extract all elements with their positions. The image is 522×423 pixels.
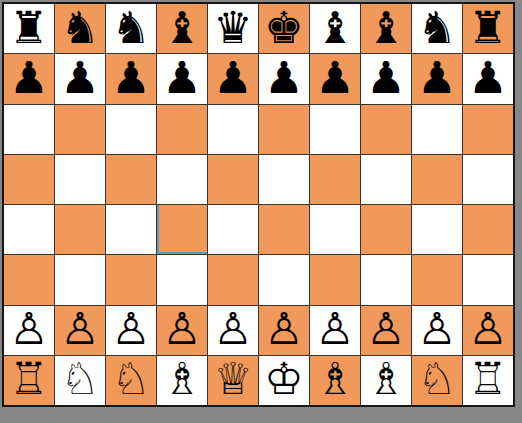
white-pawn[interactable]: ♙ (366, 307, 405, 351)
square-h6[interactable] (361, 105, 411, 154)
black-king[interactable]: ♚ (264, 6, 303, 50)
square-c3[interactable] (106, 255, 156, 304)
black-pawn[interactable]: ♟ (417, 56, 456, 100)
black-pawn[interactable]: ♟ (111, 56, 150, 100)
white-bishop[interactable]: ♗ (162, 357, 201, 401)
black-pawn[interactable]: ♟ (366, 56, 405, 100)
square-j1[interactable]: ♖ (463, 356, 513, 405)
square-j3[interactable] (463, 255, 513, 304)
square-e6[interactable] (208, 105, 258, 154)
square-d2[interactable]: ♙ (157, 306, 207, 355)
square-a8[interactable]: ♜ (4, 4, 54, 53)
square-f4[interactable] (259, 205, 309, 254)
square-b2[interactable]: ♙ (55, 306, 105, 355)
black-pawn[interactable]: ♟ (162, 56, 201, 100)
black-pawn[interactable]: ♟ (468, 56, 507, 100)
white-knight[interactable]: ♘ (111, 357, 150, 401)
square-e5[interactable] (208, 155, 258, 204)
black-pawn[interactable]: ♟ (213, 56, 252, 100)
square-i4[interactable] (412, 205, 462, 254)
square-e1[interactable]: ♕ (208, 356, 258, 405)
white-bishop[interactable]: ♗ (366, 357, 405, 401)
square-e7[interactable]: ♟ (208, 54, 258, 103)
square-d5[interactable] (157, 155, 207, 204)
square-g3[interactable] (310, 255, 360, 304)
square-a1[interactable]: ♖ (4, 356, 54, 405)
black-pawn[interactable]: ♟ (315, 56, 354, 100)
black-knight[interactable]: ♞ (60, 6, 99, 50)
square-h7[interactable]: ♟ (361, 54, 411, 103)
square-b3[interactable] (55, 255, 105, 304)
white-queen[interactable]: ♕ (213, 357, 252, 401)
square-d4[interactable] (157, 205, 207, 254)
square-h4[interactable] (361, 205, 411, 254)
black-queen[interactable]: ♛ (213, 6, 252, 50)
square-f8[interactable]: ♚ (259, 4, 309, 53)
square-h2[interactable]: ♙ (361, 306, 411, 355)
square-i6[interactable] (412, 105, 462, 154)
white-rook[interactable]: ♖ (468, 357, 507, 401)
square-g5[interactable] (310, 155, 360, 204)
square-i1[interactable]: ♘ (412, 356, 462, 405)
square-j5[interactable] (463, 155, 513, 204)
white-pawn[interactable]: ♙ (417, 307, 456, 351)
square-d1[interactable]: ♗ (157, 356, 207, 405)
white-knight[interactable]: ♘ (60, 357, 99, 401)
square-b4[interactable] (55, 205, 105, 254)
white-pawn[interactable]: ♙ (111, 307, 150, 351)
square-e2[interactable]: ♙ (208, 306, 258, 355)
square-b5[interactable] (55, 155, 105, 204)
square-f7[interactable]: ♟ (259, 54, 309, 103)
square-i3[interactable] (412, 255, 462, 304)
square-a7[interactable]: ♟ (4, 54, 54, 103)
square-c2[interactable]: ♙ (106, 306, 156, 355)
square-j4[interactable] (463, 205, 513, 254)
black-rook[interactable]: ♜ (468, 6, 507, 50)
square-c8[interactable]: ♞ (106, 4, 156, 53)
black-knight[interactable]: ♞ (111, 6, 150, 50)
square-e3[interactable] (208, 255, 258, 304)
square-f6[interactable] (259, 105, 309, 154)
black-rook[interactable]: ♜ (9, 6, 48, 50)
square-b7[interactable]: ♟ (55, 54, 105, 103)
square-g6[interactable] (310, 105, 360, 154)
black-pawn[interactable]: ♟ (9, 56, 48, 100)
square-d8[interactable]: ♝ (157, 4, 207, 53)
square-a3[interactable] (4, 255, 54, 304)
black-pawn[interactable]: ♟ (60, 56, 99, 100)
white-pawn[interactable]: ♙ (213, 307, 252, 351)
square-c6[interactable] (106, 105, 156, 154)
square-h3[interactable] (361, 255, 411, 304)
app-window: { "game": "chess-variant-10x8", "window"… (0, 0, 522, 423)
square-b6[interactable] (55, 105, 105, 154)
square-i7[interactable]: ♟ (412, 54, 462, 103)
square-j2[interactable]: ♙ (463, 306, 513, 355)
black-knight[interactable]: ♞ (417, 6, 456, 50)
square-c1[interactable]: ♘ (106, 356, 156, 405)
square-i5[interactable] (412, 155, 462, 204)
square-a6[interactable] (4, 105, 54, 154)
square-f2[interactable]: ♙ (259, 306, 309, 355)
white-pawn[interactable]: ♙ (264, 307, 303, 351)
square-e8[interactable]: ♛ (208, 4, 258, 53)
white-pawn[interactable]: ♙ (9, 307, 48, 351)
square-h5[interactable] (361, 155, 411, 204)
square-g7[interactable]: ♟ (310, 54, 360, 103)
square-h8[interactable]: ♝ (361, 4, 411, 53)
square-a5[interactable] (4, 155, 54, 204)
square-h1[interactable]: ♗ (361, 356, 411, 405)
square-a4[interactable] (4, 205, 54, 254)
square-a2[interactable]: ♙ (4, 306, 54, 355)
white-knight[interactable]: ♘ (417, 357, 456, 401)
square-d7[interactable]: ♟ (157, 54, 207, 103)
square-g8[interactable]: ♝ (310, 4, 360, 53)
square-b1[interactable]: ♘ (55, 356, 105, 405)
white-pawn[interactable]: ♙ (162, 307, 201, 351)
white-pawn[interactable]: ♙ (315, 307, 354, 351)
square-c7[interactable]: ♟ (106, 54, 156, 103)
square-c5[interactable] (106, 155, 156, 204)
square-f3[interactable] (259, 255, 309, 304)
square-f5[interactable] (259, 155, 309, 204)
square-j6[interactable] (463, 105, 513, 154)
square-i8[interactable]: ♞ (412, 4, 462, 53)
black-bishop[interactable]: ♝ (315, 6, 354, 50)
black-bishop[interactable]: ♝ (366, 6, 405, 50)
square-g2[interactable]: ♙ (310, 306, 360, 355)
white-pawn[interactable]: ♙ (60, 307, 99, 351)
white-bishop[interactable]: ♗ (315, 357, 354, 401)
square-j8[interactable]: ♜ (463, 4, 513, 53)
chess-board: ♜♞♞♝♛♚♝♝♞♜♟♟♟♟♟♟♟♟♟♟♙♙♙♙♙♙♙♙♙♙♖♘♘♗♕♔♗♗♘♖ (2, 2, 515, 407)
square-e4[interactable] (208, 205, 258, 254)
black-bishop[interactable]: ♝ (162, 6, 201, 50)
square-d6[interactable] (157, 105, 207, 154)
square-g1[interactable]: ♗ (310, 356, 360, 405)
white-pawn[interactable]: ♙ (468, 307, 507, 351)
square-d3[interactable] (157, 255, 207, 304)
square-i2[interactable]: ♙ (412, 306, 462, 355)
black-pawn[interactable]: ♟ (264, 56, 303, 100)
square-c4[interactable] (106, 205, 156, 254)
white-king[interactable]: ♔ (264, 357, 303, 401)
square-j7[interactable]: ♟ (463, 54, 513, 103)
square-g4[interactable] (310, 205, 360, 254)
square-b8[interactable]: ♞ (55, 4, 105, 53)
white-rook[interactable]: ♖ (9, 357, 48, 401)
square-f1[interactable]: ♔ (259, 356, 309, 405)
